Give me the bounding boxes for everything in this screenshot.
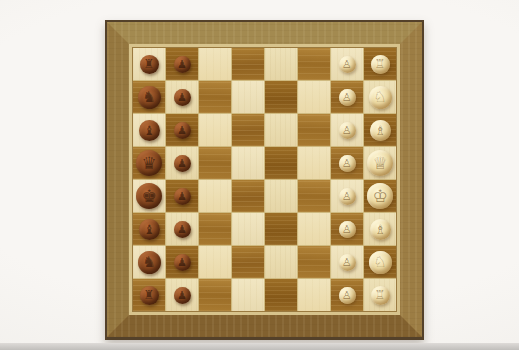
piece-wP-g2[interactable]: ♙ (339, 254, 356, 271)
piece-bR-h8[interactable]: ♜ (140, 286, 159, 305)
square-a7[interactable]: ♟ (166, 48, 198, 80)
piece-bP-e7[interactable]: ♟ (174, 188, 191, 205)
piece-bN-g8[interactable]: ♞ (138, 251, 161, 274)
square-a3[interactable] (298, 48, 330, 80)
piece-wP-a2[interactable]: ♙ (339, 56, 356, 73)
square-d4[interactable] (265, 147, 297, 179)
piece-wP-f2[interactable]: ♙ (339, 221, 356, 238)
piece-bB-c8[interactable]: ♝ (139, 120, 160, 141)
square-g3[interactable] (298, 246, 330, 278)
square-a5[interactable] (232, 48, 264, 80)
piece-bP-h7[interactable]: ♟ (174, 287, 191, 304)
square-h5[interactable] (232, 279, 264, 311)
square-b6[interactable] (199, 81, 231, 113)
board-frame: ♜♟♙♖♞♟♙♘♝♟♙♗♛♟♙♕♚♟♙♔♝♟♙♗♞♟♙♘♜♟♙♖ (107, 22, 422, 337)
square-b5[interactable] (232, 81, 264, 113)
square-a2[interactable]: ♙ (331, 48, 363, 80)
square-f5[interactable] (232, 213, 264, 245)
piece-bQ-d8[interactable]: ♛ (136, 150, 162, 176)
square-a1[interactable]: ♖ (364, 48, 396, 80)
square-f8[interactable]: ♝ (133, 213, 165, 245)
square-e7[interactable]: ♟ (166, 180, 198, 212)
square-d1[interactable]: ♕ (364, 147, 396, 179)
square-g1[interactable]: ♘ (364, 246, 396, 278)
square-g4[interactable] (265, 246, 297, 278)
square-e6[interactable] (199, 180, 231, 212)
square-b4[interactable] (265, 81, 297, 113)
piece-bB-f8[interactable]: ♝ (139, 219, 160, 240)
piece-wQ-d1[interactable]: ♕ (367, 150, 393, 176)
square-e4[interactable] (265, 180, 297, 212)
square-f4[interactable] (265, 213, 297, 245)
square-e3[interactable] (298, 180, 330, 212)
square-d5[interactable] (232, 147, 264, 179)
square-f3[interactable] (298, 213, 330, 245)
piece-wR-h1[interactable]: ♖ (371, 286, 390, 305)
square-a8[interactable]: ♜ (133, 48, 165, 80)
piece-wN-b1[interactable]: ♘ (369, 86, 392, 109)
piece-wP-b2[interactable]: ♙ (339, 89, 356, 106)
piece-bN-b8[interactable]: ♞ (138, 86, 161, 109)
photo-backdrop: ♜♟♙♖♞♟♙♘♝♟♙♗♛♟♙♕♚♟♙♔♝♟♙♗♞♟♙♘♜♟♙♖ (0, 0, 519, 350)
square-c3[interactable] (298, 114, 330, 146)
square-d8[interactable]: ♛ (133, 147, 165, 179)
square-c1[interactable]: ♗ (364, 114, 396, 146)
piece-bP-b7[interactable]: ♟ (174, 89, 191, 106)
square-f7[interactable]: ♟ (166, 213, 198, 245)
square-h3[interactable] (298, 279, 330, 311)
piece-bK-e8[interactable]: ♚ (136, 183, 162, 209)
square-c4[interactable] (265, 114, 297, 146)
piece-wP-d2[interactable]: ♙ (339, 155, 356, 172)
square-d3[interactable] (298, 147, 330, 179)
square-c6[interactable] (199, 114, 231, 146)
square-h7[interactable]: ♟ (166, 279, 198, 311)
piece-bR-a8[interactable]: ♜ (140, 55, 159, 74)
square-b7[interactable]: ♟ (166, 81, 198, 113)
square-c8[interactable]: ♝ (133, 114, 165, 146)
square-g5[interactable] (232, 246, 264, 278)
square-b1[interactable]: ♘ (364, 81, 396, 113)
piece-bP-c7[interactable]: ♟ (174, 122, 191, 139)
square-a6[interactable] (199, 48, 231, 80)
square-b8[interactable]: ♞ (133, 81, 165, 113)
square-h2[interactable]: ♙ (331, 279, 363, 311)
square-e2[interactable]: ♙ (331, 180, 363, 212)
piece-wP-c2[interactable]: ♙ (339, 122, 356, 139)
square-b2[interactable]: ♙ (331, 81, 363, 113)
piece-wR-a1[interactable]: ♖ (371, 55, 390, 74)
square-e1[interactable]: ♔ (364, 180, 396, 212)
square-g7[interactable]: ♟ (166, 246, 198, 278)
square-e5[interactable] (232, 180, 264, 212)
square-e8[interactable]: ♚ (133, 180, 165, 212)
square-f6[interactable] (199, 213, 231, 245)
photo-bottom-shadow (0, 343, 519, 350)
square-a4[interactable] (265, 48, 297, 80)
piece-bP-g7[interactable]: ♟ (174, 254, 191, 271)
board-inner-strip: ♜♟♙♖♞♟♙♘♝♟♙♗♛♟♙♕♚♟♙♔♝♟♙♗♞♟♙♘♜♟♙♖ (129, 44, 400, 315)
square-c2[interactable]: ♙ (331, 114, 363, 146)
square-g2[interactable]: ♙ (331, 246, 363, 278)
square-c7[interactable]: ♟ (166, 114, 198, 146)
piece-wP-h2[interactable]: ♙ (339, 287, 356, 304)
square-h6[interactable] (199, 279, 231, 311)
square-b3[interactable] (298, 81, 330, 113)
square-g6[interactable] (199, 246, 231, 278)
square-d2[interactable]: ♙ (331, 147, 363, 179)
piece-wB-f1[interactable]: ♗ (370, 219, 391, 240)
square-d6[interactable] (199, 147, 231, 179)
square-f1[interactable]: ♗ (364, 213, 396, 245)
piece-wB-c1[interactable]: ♗ (370, 120, 391, 141)
square-g8[interactable]: ♞ (133, 246, 165, 278)
piece-wP-e2[interactable]: ♙ (339, 188, 356, 205)
piece-wN-g1[interactable]: ♘ (369, 251, 392, 274)
square-f2[interactable]: ♙ (331, 213, 363, 245)
piece-bP-d7[interactable]: ♟ (174, 155, 191, 172)
piece-bP-a7[interactable]: ♟ (174, 56, 191, 73)
square-h8[interactable]: ♜ (133, 279, 165, 311)
square-c5[interactable] (232, 114, 264, 146)
square-h4[interactable] (265, 279, 297, 311)
piece-wK-e1[interactable]: ♔ (367, 183, 393, 209)
chessboard: ♜♟♙♖♞♟♙♘♝♟♙♗♛♟♙♕♚♟♙♔♝♟♙♗♞♟♙♘♜♟♙♖ (105, 20, 424, 340)
piece-bP-f7[interactable]: ♟ (174, 221, 191, 238)
square-h1[interactable]: ♖ (364, 279, 396, 311)
square-d7[interactable]: ♟ (166, 147, 198, 179)
board-grid[interactable]: ♜♟♙♖♞♟♙♘♝♟♙♗♛♟♙♕♚♟♙♔♝♟♙♗♞♟♙♘♜♟♙♖ (132, 47, 397, 312)
